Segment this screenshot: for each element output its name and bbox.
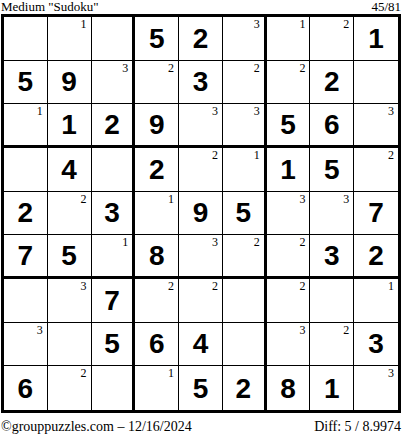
cell-r8c6[interactable] bbox=[223, 323, 267, 367]
cell-r9c4[interactable]: 1 bbox=[135, 366, 179, 410]
cell-r6c8[interactable]: 3 bbox=[310, 235, 354, 279]
cell-value: 1 bbox=[368, 25, 384, 53]
cell-r6c1[interactable]: 7 bbox=[4, 235, 48, 279]
cell-r2c5[interactable]: 3 bbox=[179, 61, 223, 105]
cell-mark: 3 bbox=[254, 17, 260, 32]
cell-mark: 2 bbox=[299, 279, 305, 294]
cell-value: 5 bbox=[324, 156, 340, 184]
cell-value: 7 bbox=[18, 242, 34, 270]
cell-r3c3[interactable]: 2 bbox=[92, 104, 136, 148]
cell-r1c1[interactable] bbox=[4, 17, 48, 61]
cell-r6c4[interactable]: 8 bbox=[135, 235, 179, 279]
cell-r6c2[interactable]: 5 bbox=[48, 235, 92, 279]
footer: ©grouppuzzles.com – 12/16/2024 Diff: 5 /… bbox=[0, 419, 403, 435]
cell-r3c6[interactable]: 3 bbox=[223, 104, 267, 148]
cell-r7c9[interactable]: 1 bbox=[354, 279, 398, 323]
cell-value: 5 bbox=[104, 330, 120, 358]
header: Medium "Sudoku" 45/81 bbox=[0, 0, 403, 14]
cell-r9c7[interactable]: 8 bbox=[267, 366, 311, 410]
cell-r9c6[interactable]: 2 bbox=[223, 366, 267, 410]
progress-counter: 45/81 bbox=[371, 0, 401, 14]
cell-mark: 2 bbox=[212, 279, 218, 294]
cell-r2c4[interactable]: 2 bbox=[135, 61, 179, 105]
cell-value: 5 bbox=[235, 199, 251, 227]
footer-credit: ©grouppuzzles.com – 12/16/2024 bbox=[1, 419, 192, 435]
cell-mark: 1 bbox=[168, 192, 174, 207]
cell-r4c4[interactable]: 2 bbox=[135, 148, 179, 192]
cell-r9c8[interactable]: 1 bbox=[310, 366, 354, 410]
cell-mark: 2 bbox=[81, 366, 87, 381]
cell-mark: 2 bbox=[343, 323, 349, 338]
cell-mark: 2 bbox=[212, 148, 218, 163]
cell-r4c9[interactable]: 2 bbox=[354, 148, 398, 192]
cell-value: 8 bbox=[280, 375, 296, 403]
cell-value: 1 bbox=[324, 375, 340, 403]
cell-r9c2[interactable]: 2 bbox=[48, 366, 92, 410]
cell-value: 5 bbox=[18, 68, 34, 96]
cell-r4c6[interactable]: 1 bbox=[223, 148, 267, 192]
cell-mark: 3 bbox=[212, 104, 218, 119]
cell-value: 1 bbox=[61, 111, 77, 139]
cell-r4c3[interactable] bbox=[92, 148, 136, 192]
cell-r2c7[interactable]: 2 bbox=[267, 61, 311, 105]
cell-r7c2[interactable]: 3 bbox=[48, 279, 92, 323]
cell-value: 5 bbox=[280, 111, 296, 139]
cell-mark: 3 bbox=[81, 279, 87, 294]
cell-mark: 1 bbox=[168, 366, 174, 381]
cell-r2c2[interactable]: 9 bbox=[48, 61, 92, 105]
cell-value: 2 bbox=[235, 375, 251, 403]
cell-mark: 3 bbox=[388, 104, 394, 119]
cell-value: 2 bbox=[18, 199, 34, 227]
cell-r5c8[interactable]: 3 bbox=[310, 192, 354, 236]
cell-value: 5 bbox=[193, 375, 209, 403]
cell-r6c3[interactable]: 1 bbox=[92, 235, 136, 279]
cell-r3c7[interactable]: 5 bbox=[267, 104, 311, 148]
cell-value: 1 bbox=[280, 156, 296, 184]
cell-r3c8[interactable]: 6 bbox=[310, 104, 354, 148]
cell-mark: 2 bbox=[254, 61, 260, 76]
cell-mark: 3 bbox=[343, 192, 349, 207]
footer-difficulty: Diff: 5 / 8.9974 bbox=[314, 419, 401, 435]
cell-value: 6 bbox=[149, 330, 165, 358]
cell-value: 6 bbox=[324, 111, 340, 139]
cell-value: 2 bbox=[149, 156, 165, 184]
cell-r1c9[interactable]: 1 bbox=[354, 17, 398, 61]
cell-value: 2 bbox=[104, 111, 120, 139]
cell-mark: 2 bbox=[343, 17, 349, 32]
cell-r5c5[interactable]: 9 bbox=[179, 192, 223, 236]
cell-r5c3[interactable]: 3 bbox=[92, 192, 136, 236]
cell-r7c5[interactable]: 2 bbox=[179, 279, 223, 323]
sudoku-board: 1523121593232221129335634221152223195337… bbox=[1, 14, 401, 413]
cell-value: 4 bbox=[193, 330, 209, 358]
cell-mark: 3 bbox=[254, 104, 260, 119]
cell-r7c1[interactable] bbox=[4, 279, 48, 323]
cell-mark: 3 bbox=[299, 323, 305, 338]
cell-r2c6[interactable]: 2 bbox=[223, 61, 267, 105]
cell-r7c3[interactable]: 7 bbox=[92, 279, 136, 323]
cell-value: 9 bbox=[149, 111, 165, 139]
cell-r4c2[interactable]: 4 bbox=[48, 148, 92, 192]
cell-r9c3[interactable] bbox=[92, 366, 136, 410]
cell-r6c6[interactable]: 2 bbox=[223, 235, 267, 279]
cell-mark: 2 bbox=[81, 192, 87, 207]
cell-value: 6 bbox=[18, 375, 34, 403]
cell-r4c5[interactable]: 2 bbox=[179, 148, 223, 192]
cell-r9c5[interactable]: 5 bbox=[179, 366, 223, 410]
cell-mark: 3 bbox=[388, 366, 394, 381]
cell-mark: 3 bbox=[37, 323, 43, 338]
cell-r2c9[interactable] bbox=[354, 61, 398, 105]
cell-r1c7[interactable]: 1 bbox=[267, 17, 311, 61]
cell-r5c2[interactable]: 2 bbox=[48, 192, 92, 236]
cell-r3c4[interactable]: 9 bbox=[135, 104, 179, 148]
cell-r5c9[interactable]: 7 bbox=[354, 192, 398, 236]
cell-r1c5[interactable]: 2 bbox=[179, 17, 223, 61]
page-title: Medium "Sudoku" bbox=[1, 0, 99, 14]
cell-r5c6[interactable]: 5 bbox=[223, 192, 267, 236]
cell-value: 7 bbox=[104, 287, 120, 315]
cell-value: 3 bbox=[324, 242, 340, 270]
cell-value: 8 bbox=[149, 242, 165, 270]
cell-r1c6[interactable]: 3 bbox=[223, 17, 267, 61]
cell-r1c3[interactable] bbox=[92, 17, 136, 61]
cell-value: 2 bbox=[368, 242, 384, 270]
cell-r6c9[interactable]: 2 bbox=[354, 235, 398, 279]
cell-r1c8[interactable]: 2 bbox=[310, 17, 354, 61]
cell-value: 4 bbox=[61, 156, 77, 184]
cell-r8c4[interactable]: 6 bbox=[135, 323, 179, 367]
cell-value: 5 bbox=[61, 242, 77, 270]
cell-r6c5[interactable]: 3 bbox=[179, 235, 223, 279]
cell-r3c9[interactable]: 3 bbox=[354, 104, 398, 148]
cell-r4c8[interactable]: 5 bbox=[310, 148, 354, 192]
cell-r6c7[interactable]: 2 bbox=[267, 235, 311, 279]
cell-r5c7[interactable]: 3 bbox=[267, 192, 311, 236]
cell-value: 5 bbox=[149, 25, 165, 53]
cell-mark: 3 bbox=[212, 235, 218, 250]
cell-mark: 1 bbox=[37, 104, 43, 119]
cell-r8c9[interactable]: 3 bbox=[354, 323, 398, 367]
cell-r5c1[interactable]: 2 bbox=[4, 192, 48, 236]
cell-mark: 1 bbox=[388, 279, 394, 294]
cell-mark: 2 bbox=[168, 61, 174, 76]
cell-r8c3[interactable]: 5 bbox=[92, 323, 136, 367]
cell-value: 3 bbox=[368, 330, 384, 358]
cell-value: 9 bbox=[193, 199, 209, 227]
cell-mark: 1 bbox=[254, 148, 260, 163]
cell-r5c4[interactable]: 1 bbox=[135, 192, 179, 236]
cell-r2c8[interactable]: 2 bbox=[310, 61, 354, 105]
cell-r7c7[interactable]: 2 bbox=[267, 279, 311, 323]
cell-mark: 1 bbox=[122, 235, 128, 250]
cell-value: 2 bbox=[193, 25, 209, 53]
cell-r7c4[interactable]: 2 bbox=[135, 279, 179, 323]
cell-mark: 2 bbox=[388, 148, 394, 163]
cell-r2c1[interactable]: 5 bbox=[4, 61, 48, 105]
cell-r8c5[interactable]: 4 bbox=[179, 323, 223, 367]
cell-r7c8[interactable] bbox=[310, 279, 354, 323]
cell-mark: 2 bbox=[168, 279, 174, 294]
cell-value: 3 bbox=[193, 68, 209, 96]
cell-value: 3 bbox=[104, 199, 120, 227]
cell-r8c1[interactable]: 3 bbox=[4, 323, 48, 367]
cell-r8c8[interactable]: 2 bbox=[310, 323, 354, 367]
cell-r9c1[interactable]: 6 bbox=[4, 366, 48, 410]
cell-mark: 3 bbox=[299, 192, 305, 207]
cell-mark: 1 bbox=[299, 17, 305, 32]
cell-r3c2[interactable]: 1 bbox=[48, 104, 92, 148]
cell-r3c5[interactable]: 3 bbox=[179, 104, 223, 148]
cell-r7c6[interactable] bbox=[223, 279, 267, 323]
cell-r3c1[interactable]: 1 bbox=[4, 104, 48, 148]
cell-value: 7 bbox=[368, 199, 384, 227]
cell-value: 2 bbox=[324, 68, 340, 96]
cell-mark: 2 bbox=[254, 235, 260, 250]
cell-mark: 2 bbox=[299, 235, 305, 250]
cell-r1c2[interactable]: 1 bbox=[48, 17, 92, 61]
cell-mark: 1 bbox=[81, 17, 87, 32]
cell-r1c4[interactable]: 5 bbox=[135, 17, 179, 61]
cell-r9c9[interactable]: 3 bbox=[354, 366, 398, 410]
cell-r4c7[interactable]: 1 bbox=[267, 148, 311, 192]
cell-value: 9 bbox=[61, 68, 77, 96]
cell-mark: 2 bbox=[299, 61, 305, 76]
cell-r4c1[interactable] bbox=[4, 148, 48, 192]
cell-r8c2[interactable] bbox=[48, 323, 92, 367]
sudoku-page: Medium "Sudoku" 45/81 152312159323222112… bbox=[0, 0, 403, 437]
cell-mark: 3 bbox=[122, 61, 128, 76]
cell-r8c7[interactable]: 3 bbox=[267, 323, 311, 367]
cell-r2c3[interactable]: 3 bbox=[92, 61, 136, 105]
